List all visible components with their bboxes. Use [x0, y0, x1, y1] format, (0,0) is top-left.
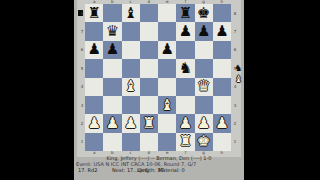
square-d6[interactable] [140, 41, 158, 59]
square-h3[interactable] [213, 96, 231, 114]
square-b5[interactable] [103, 59, 121, 77]
piece-white-pawn: ♟ [179, 116, 192, 131]
piece-white-bishop: ♝ [160, 98, 173, 113]
coord-label: 1 [232, 133, 238, 151]
piece-black-pawn: ♟ [87, 42, 100, 57]
square-f6[interactable] [176, 41, 194, 59]
square-c7[interactable] [122, 22, 140, 40]
square-d3[interactable] [140, 96, 158, 114]
piece-black-pawn: ♟ [179, 24, 192, 39]
square-e8[interactable] [158, 4, 176, 22]
square-d5[interactable] [140, 59, 158, 77]
square-c4[interactable]: ♝ [122, 78, 140, 96]
piece-white-rook: ♜ [142, 116, 155, 131]
square-d7[interactable] [140, 22, 158, 40]
square-g7[interactable]: ♟ [195, 22, 213, 40]
piece-white-bishop: ♝ [124, 79, 137, 94]
last-move: 17. Rd2 [78, 167, 97, 173]
video-content-area: abcdefgh abcdefgh 87654321 87654321 ♜♝♜♚… [74, 0, 244, 180]
piece-white-pawn: ♟ [215, 116, 228, 131]
square-b4[interactable] [103, 78, 121, 96]
coord-label: 2 [232, 114, 238, 132]
piece-black-pawn: ♟ [106, 42, 119, 57]
square-a6[interactable]: ♟ [85, 41, 103, 59]
square-h8[interactable] [213, 4, 231, 22]
square-c3[interactable] [122, 96, 140, 114]
piece-black-rook: ♜ [179, 6, 192, 21]
material-tray: ♞♝ [233, 63, 244, 85]
piece-white-king: ♚ [197, 134, 210, 149]
square-f7[interactable]: ♟ [176, 22, 194, 40]
square-c1[interactable] [122, 133, 140, 151]
coord-label: 7 [232, 22, 238, 40]
square-h5[interactable] [213, 59, 231, 77]
square-a1[interactable] [85, 133, 103, 151]
coord-label: 6 [232, 41, 238, 59]
square-g6[interactable] [195, 41, 213, 59]
square-a5[interactable] [85, 59, 103, 77]
square-g1[interactable]: ♚ [195, 133, 213, 151]
piece-black-queen: ♛ [106, 24, 119, 39]
square-g3[interactable] [195, 96, 213, 114]
white-bishop-icon: ♝ [234, 74, 242, 85]
coord-label: 3 [232, 96, 238, 114]
square-d4[interactable] [140, 78, 158, 96]
square-d1[interactable] [140, 133, 158, 151]
square-a2[interactable]: ♟ [85, 114, 103, 132]
square-b2[interactable]: ♟ [103, 114, 121, 132]
square-b6[interactable]: ♟ [103, 41, 121, 59]
piece-black-pawn: ♟ [197, 24, 210, 39]
piece-black-king: ♚ [197, 6, 210, 21]
square-g8[interactable]: ♚ [195, 4, 213, 22]
piece-black-rook: ♜ [87, 6, 100, 21]
square-a3[interactable] [85, 96, 103, 114]
square-d2[interactable]: ♜ [140, 114, 158, 132]
square-c2[interactable]: ♟ [122, 114, 140, 132]
square-e5[interactable] [158, 59, 176, 77]
black-knight-icon: ♞ [234, 63, 242, 74]
piece-black-pawn: ♟ [215, 24, 228, 39]
square-h1[interactable] [213, 133, 231, 151]
coord-label: 8 [232, 4, 238, 22]
piece-white-rook: ♜ [179, 134, 192, 149]
square-e6[interactable]: ♟ [158, 41, 176, 59]
square-f4[interactable] [176, 78, 194, 96]
status-line: 17. Rd2 Next: 17...Qc6 Length: 37 Materi… [74, 167, 244, 173]
square-e4[interactable] [158, 78, 176, 96]
square-f5[interactable]: ♞ [176, 59, 194, 77]
square-h2[interactable]: ♟ [213, 114, 231, 132]
square-e3[interactable]: ♝ [158, 96, 176, 114]
square-f1[interactable]: ♜ [176, 133, 194, 151]
piece-white-queen: ♛ [197, 79, 210, 94]
square-g4[interactable]: ♛ [195, 78, 213, 96]
piece-black-knight: ♞ [179, 61, 192, 76]
square-d8[interactable] [140, 4, 158, 22]
chess-board[interactable]: ♜♝♜♚♛♟♟♟♟♟♟♞♝♛♝♟♟♟♜♟♟♟♜♚ [85, 4, 231, 151]
square-a8[interactable]: ♜ [85, 4, 103, 22]
square-a4[interactable] [85, 78, 103, 96]
square-c6[interactable] [122, 41, 140, 59]
square-h7[interactable]: ♟ [213, 22, 231, 40]
square-e2[interactable] [158, 114, 176, 132]
square-f8[interactable]: ♜ [176, 4, 194, 22]
square-f2[interactable]: ♟ [176, 114, 194, 132]
square-b8[interactable] [103, 4, 121, 22]
square-e1[interactable] [158, 133, 176, 151]
square-h4[interactable] [213, 78, 231, 96]
piece-white-pawn: ♟ [106, 116, 119, 131]
piece-black-pawn: ♟ [160, 42, 173, 57]
square-c5[interactable] [122, 59, 140, 77]
square-h6[interactable] [213, 41, 231, 59]
square-e7[interactable] [158, 22, 176, 40]
square-g2[interactable]: ♟ [195, 114, 213, 132]
square-c8[interactable]: ♝ [122, 4, 140, 22]
square-b1[interactable] [103, 133, 121, 151]
piece-white-pawn: ♟ [124, 116, 137, 131]
square-b7[interactable]: ♛ [103, 22, 121, 40]
square-f3[interactable] [176, 96, 194, 114]
square-b3[interactable] [103, 96, 121, 114]
caption-bar: King, Jeffery (----) -- Berman, Don (---… [74, 155, 244, 161]
piece-white-pawn: ♟ [87, 116, 100, 131]
piece-white-pawn: ♟ [197, 116, 210, 131]
square-a7[interactable] [85, 22, 103, 40]
material-balance: Material: 0 [158, 167, 185, 173]
piece-black-bishop: ♝ [124, 6, 137, 21]
square-g5[interactable] [195, 59, 213, 77]
